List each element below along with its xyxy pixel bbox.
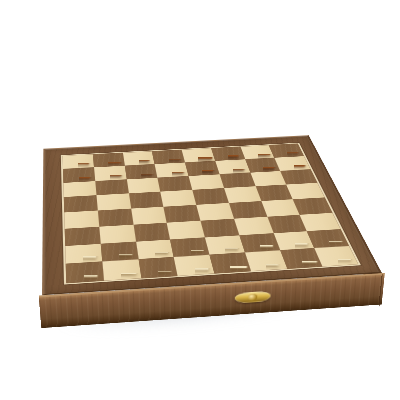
square-b1: ♞ <box>102 259 141 280</box>
product-photo-stage: ♜♞♝♛♚♝♞♜♟♟♟♟♟♟♟♟♟♟♟♟♟♟♟♟♜♞♝♛♚♝♞♜ <box>0 0 400 400</box>
chess-board: ♜♞♝♛♚♝♞♜♟♟♟♟♟♟♟♟♟♟♟♟♟♟♟♟♜♞♝♛♚♝♞♜ <box>63 144 359 284</box>
square-e7: ♟ <box>185 161 219 176</box>
brass-clasp-icon <box>235 291 271 304</box>
square-a1: ♜ <box>66 262 104 284</box>
board-top-surface: ♜♞♝♛♚♝♞♜♟♟♟♟♟♟♟♟♟♟♟♟♟♟♟♟♜♞♝♛♚♝♞♜ <box>42 135 382 295</box>
square-h6 <box>280 169 317 185</box>
chess-box: ♜♞♝♛♚♝♞♜♟♟♟♟♟♟♟♟♟♟♟♟♟♟♟♟♜♞♝♛♚♝♞♜ <box>42 135 382 295</box>
